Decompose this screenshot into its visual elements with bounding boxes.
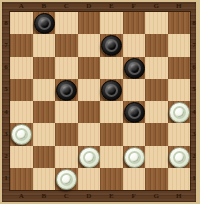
square-d6[interactable] xyxy=(78,57,101,79)
square-a7[interactable] xyxy=(10,34,33,56)
square-h2[interactable] xyxy=(168,146,191,168)
square-a1[interactable] xyxy=(10,168,33,190)
black-man-e5[interactable] xyxy=(101,80,122,101)
square-g5[interactable] xyxy=(145,79,168,101)
square-a5[interactable] xyxy=(10,79,33,101)
white-man-d2[interactable] xyxy=(79,147,100,168)
square-f3[interactable] xyxy=(123,123,146,145)
square-d1[interactable] xyxy=(78,168,101,190)
black-man-c5[interactable] xyxy=(56,80,77,101)
white-man-f2[interactable] xyxy=(124,147,145,168)
square-g8[interactable] xyxy=(145,12,168,34)
square-e7[interactable] xyxy=(100,34,123,56)
square-e6[interactable] xyxy=(100,57,123,79)
square-d3[interactable] xyxy=(78,123,101,145)
square-h6[interactable] xyxy=(168,57,191,79)
square-b7[interactable] xyxy=(33,34,56,56)
square-g6[interactable] xyxy=(145,57,168,79)
square-c7[interactable] xyxy=(55,34,78,56)
square-g4[interactable] xyxy=(145,101,168,123)
square-e3[interactable] xyxy=(100,123,123,145)
square-d2[interactable] xyxy=(78,146,101,168)
white-man-a3[interactable] xyxy=(11,124,32,145)
square-a8[interactable] xyxy=(10,12,33,34)
square-g7[interactable] xyxy=(145,34,168,56)
square-c6[interactable] xyxy=(55,57,78,79)
square-c5[interactable] xyxy=(55,79,78,101)
square-b6[interactable] xyxy=(33,57,56,79)
square-e2[interactable] xyxy=(100,146,123,168)
square-e5[interactable] xyxy=(100,79,123,101)
square-c3[interactable] xyxy=(55,123,78,145)
square-g1[interactable] xyxy=(145,168,168,190)
square-e8[interactable] xyxy=(100,12,123,34)
square-b1[interactable] xyxy=(33,168,56,190)
square-h7[interactable] xyxy=(168,34,191,56)
checkers-board xyxy=(10,12,190,190)
square-d7[interactable] xyxy=(78,34,101,56)
black-man-b8[interactable] xyxy=(34,13,55,34)
checkers-app-window: ABCDEFGH ABCDEFGH 87654321 87654321 xyxy=(0,0,200,204)
square-g3[interactable] xyxy=(145,123,168,145)
square-e4[interactable] xyxy=(100,101,123,123)
black-man-f6[interactable] xyxy=(124,58,145,79)
square-f2[interactable] xyxy=(123,146,146,168)
square-a6[interactable] xyxy=(10,57,33,79)
square-d5[interactable] xyxy=(78,79,101,101)
square-a3[interactable] xyxy=(10,123,33,145)
white-man-h2[interactable] xyxy=(169,147,190,168)
square-b5[interactable] xyxy=(33,79,56,101)
square-f6[interactable] xyxy=(123,57,146,79)
black-man-f4[interactable] xyxy=(124,102,145,123)
square-h1[interactable] xyxy=(168,168,191,190)
square-b3[interactable] xyxy=(33,123,56,145)
square-h4[interactable] xyxy=(168,101,191,123)
square-f5[interactable] xyxy=(123,79,146,101)
square-g2[interactable] xyxy=(145,146,168,168)
square-h3[interactable] xyxy=(168,123,191,145)
black-man-e7[interactable] xyxy=(101,35,122,56)
square-f7[interactable] xyxy=(123,34,146,56)
square-d8[interactable] xyxy=(78,12,101,34)
square-h8[interactable] xyxy=(168,12,191,34)
square-h5[interactable] xyxy=(168,79,191,101)
square-a4[interactable] xyxy=(10,101,33,123)
square-c4[interactable] xyxy=(55,101,78,123)
white-man-h4[interactable] xyxy=(169,102,190,123)
square-e1[interactable] xyxy=(100,168,123,190)
square-b4[interactable] xyxy=(33,101,56,123)
square-c8[interactable] xyxy=(55,12,78,34)
square-b8[interactable] xyxy=(33,12,56,34)
square-c1[interactable] xyxy=(55,168,78,190)
square-f8[interactable] xyxy=(123,12,146,34)
square-d4[interactable] xyxy=(78,101,101,123)
square-f4[interactable] xyxy=(123,101,146,123)
square-a2[interactable] xyxy=(10,146,33,168)
square-c2[interactable] xyxy=(55,146,78,168)
square-f1[interactable] xyxy=(123,168,146,190)
square-b2[interactable] xyxy=(33,146,56,168)
white-man-c1[interactable] xyxy=(56,169,77,190)
